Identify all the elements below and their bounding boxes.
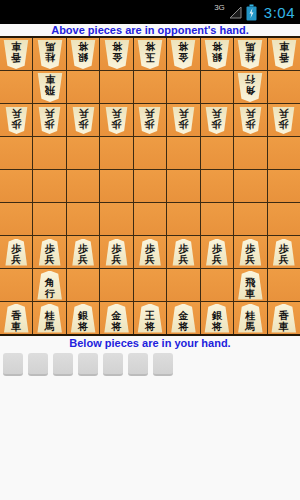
shogi-board: 香車桂馬銀将金将玉将金将銀将桂馬香車飛車角行歩兵歩兵歩兵歩兵歩兵歩兵歩兵歩兵歩兵…: [0, 36, 300, 336]
board-cell-5-6[interactable]: [134, 203, 166, 235]
board-cell-3-5[interactable]: [201, 170, 233, 202]
hand-slot-1[interactable]: [3, 353, 23, 376]
shogi-piece-player[interactable]: 歩兵: [172, 239, 195, 266]
board-cell-6-4[interactable]: [100, 137, 132, 169]
shogi-piece-player[interactable]: 銀将: [204, 304, 230, 333]
board-cell-2-5[interactable]: [234, 170, 266, 202]
shogi-piece-player[interactable]: 歩兵: [5, 239, 28, 266]
board-cell-8-5[interactable]: [33, 170, 65, 202]
board-cell-3-9[interactable]: 銀将: [201, 302, 233, 334]
shogi-piece-player[interactable]: 歩兵: [138, 239, 161, 266]
board-cell-6-6[interactable]: [100, 203, 132, 235]
board-cell-7-9[interactable]: 銀将: [67, 302, 99, 334]
shogi-piece-player[interactable]: 歩兵: [105, 239, 128, 266]
board-cell-7-7[interactable]: 歩兵: [67, 236, 99, 268]
hand-slot-7[interactable]: [153, 353, 173, 376]
shogi-piece-opponent[interactable]: 歩兵: [138, 107, 161, 134]
board-cell-3-6[interactable]: [201, 203, 233, 235]
board-cell-8-4[interactable]: [33, 137, 65, 169]
board-cell-9-9[interactable]: 香車: [0, 302, 32, 334]
board-cell-2-6[interactable]: [234, 203, 266, 235]
board-cell-5-1[interactable]: 玉将: [134, 38, 166, 70]
board-cell-5-2[interactable]: [134, 71, 166, 103]
board-cell-9-2[interactable]: [0, 71, 32, 103]
shogi-piece-opponent[interactable]: 歩兵: [105, 107, 128, 134]
board-cell-8-1[interactable]: 桂馬: [33, 38, 65, 70]
board-cell-7-4[interactable]: [67, 137, 99, 169]
board-cell-4-4[interactable]: [167, 137, 199, 169]
shogi-piece-opponent[interactable]: 歩兵: [38, 107, 61, 134]
shogi-piece-player[interactable]: 歩兵: [272, 239, 295, 266]
network-type-label: 3G: [214, 3, 225, 12]
board-cell-5-9[interactable]: 王将: [134, 302, 166, 334]
board-cell-8-8[interactable]: 角行: [33, 269, 65, 301]
board-cell-9-5[interactable]: [0, 170, 32, 202]
board-cell-5-3[interactable]: 歩兵: [134, 104, 166, 136]
shogi-piece-opponent[interactable]: 歩兵: [239, 107, 262, 134]
board-cell-3-1[interactable]: 銀将: [201, 38, 233, 70]
shogi-piece-opponent[interactable]: 金将: [170, 40, 196, 69]
board-cell-1-4[interactable]: [268, 137, 300, 169]
board-cell-4-7[interactable]: 歩兵: [167, 236, 199, 268]
board-cell-7-6[interactable]: [67, 203, 99, 235]
status-clock: 3:04: [264, 4, 295, 21]
board-cell-3-2[interactable]: [201, 71, 233, 103]
shogi-piece-opponent[interactable]: 歩兵: [72, 107, 95, 134]
board-cell-4-3[interactable]: 歩兵: [167, 104, 199, 136]
shogi-piece-player[interactable]: 金将: [104, 304, 130, 333]
board-cell-6-3[interactable]: 歩兵: [100, 104, 132, 136]
board-cell-1-1[interactable]: 香車: [268, 38, 300, 70]
board-cell-8-9[interactable]: 桂馬: [33, 302, 65, 334]
shogi-piece-opponent[interactable]: 歩兵: [272, 107, 295, 134]
board-cell-2-9[interactable]: 桂馬: [234, 302, 266, 334]
shogi-piece-opponent[interactable]: 香車: [271, 40, 297, 69]
board-cell-1-8[interactable]: [268, 269, 300, 301]
shogi-piece-opponent[interactable]: 飛車: [37, 73, 63, 102]
board-cell-5-5[interactable]: [134, 170, 166, 202]
signal-strength-icon: [229, 6, 242, 19]
board-cell-2-7[interactable]: 歩兵: [234, 236, 266, 268]
shogi-piece-player[interactable]: 歩兵: [205, 239, 228, 266]
board-cell-2-3[interactable]: 歩兵: [234, 104, 266, 136]
board-cell-8-6[interactable]: [33, 203, 65, 235]
shogi-piece-player[interactable]: 歩兵: [38, 239, 61, 266]
board-cell-9-6[interactable]: [0, 203, 32, 235]
board-cell-4-6[interactable]: [167, 203, 199, 235]
shogi-piece-player[interactable]: 歩兵: [72, 239, 95, 266]
shogi-piece-opponent[interactable]: 角行: [237, 73, 263, 102]
board-cell-1-3[interactable]: 歩兵: [268, 104, 300, 136]
board-cell-4-5[interactable]: [167, 170, 199, 202]
board-cell-5-4[interactable]: [134, 137, 166, 169]
board-cell-1-2[interactable]: [268, 71, 300, 103]
shogi-piece-opponent[interactable]: 歩兵: [205, 107, 228, 134]
board-cell-2-1[interactable]: 桂馬: [234, 38, 266, 70]
shogi-piece-player[interactable]: 飛車: [237, 271, 263, 300]
board-cell-4-1[interactable]: 金将: [167, 38, 199, 70]
board-cell-3-4[interactable]: [201, 137, 233, 169]
shogi-piece-player[interactable]: 銀将: [70, 304, 96, 333]
board-cell-9-4[interactable]: [0, 137, 32, 169]
board-cell-2-8[interactable]: 飛車: [234, 269, 266, 301]
board-cell-9-1[interactable]: 香車: [0, 38, 32, 70]
board-cell-2-2[interactable]: 角行: [234, 71, 266, 103]
board-cell-6-2[interactable]: [100, 71, 132, 103]
board-cell-4-2[interactable]: [167, 71, 199, 103]
board-cell-6-9[interactable]: 金将: [100, 302, 132, 334]
player-hand-label: Below pieces are in your hand.: [0, 336, 300, 350]
board-cell-6-7[interactable]: 歩兵: [100, 236, 132, 268]
hand-slot-3[interactable]: [53, 353, 73, 376]
shogi-piece-opponent[interactable]: 香車: [3, 40, 29, 69]
shogi-piece-player[interactable]: 歩兵: [239, 239, 262, 266]
board-cell-7-5[interactable]: [67, 170, 99, 202]
shogi-piece-player[interactable]: 角行: [37, 271, 63, 300]
hand-slot-6[interactable]: [128, 353, 148, 376]
shogi-piece-opponent[interactable]: 歩兵: [172, 107, 195, 134]
board-cell-3-7[interactable]: 歩兵: [201, 236, 233, 268]
board-cell-5-7[interactable]: 歩兵: [134, 236, 166, 268]
board-cell-8-7[interactable]: 歩兵: [33, 236, 65, 268]
board-cell-6-5[interactable]: [100, 170, 132, 202]
board-cell-7-1[interactable]: 銀将: [67, 38, 99, 70]
board-cell-9-3[interactable]: 歩兵: [0, 104, 32, 136]
shogi-piece-player[interactable]: 桂馬: [37, 304, 63, 333]
board-cell-9-7[interactable]: 歩兵: [0, 236, 32, 268]
shogi-piece-player[interactable]: 桂馬: [237, 304, 263, 333]
board-cell-7-3[interactable]: 歩兵: [67, 104, 99, 136]
board-cell-7-2[interactable]: [67, 71, 99, 103]
board-cell-8-3[interactable]: 歩兵: [33, 104, 65, 136]
shogi-piece-opponent[interactable]: 桂馬: [237, 40, 263, 69]
shogi-piece-player[interactable]: 香車: [3, 304, 29, 333]
board-cell-5-8[interactable]: [134, 269, 166, 301]
board-cell-8-2[interactable]: 飛車: [33, 71, 65, 103]
shogi-piece-opponent[interactable]: 銀将: [70, 40, 96, 69]
shogi-piece-opponent[interactable]: 歩兵: [5, 107, 28, 134]
hand-slot-5[interactable]: [103, 353, 123, 376]
board-cell-3-8[interactable]: [201, 269, 233, 301]
shogi-piece-opponent[interactable]: 玉将: [137, 40, 163, 69]
board-cell-4-9[interactable]: 金将: [167, 302, 199, 334]
shogi-piece-opponent[interactable]: 銀将: [204, 40, 230, 69]
shogi-piece-player[interactable]: 金将: [170, 304, 196, 333]
board-cell-1-9[interactable]: 香車: [268, 302, 300, 334]
battery-charging-icon: [246, 4, 257, 21]
hand-slot-4[interactable]: [78, 353, 98, 376]
board-cell-6-8[interactable]: [100, 269, 132, 301]
shogi-piece-player[interactable]: 香車: [271, 304, 297, 333]
hand-slot-2[interactable]: [28, 353, 48, 376]
board-cell-6-1[interactable]: 金将: [100, 38, 132, 70]
shogi-piece-player[interactable]: 王将: [137, 304, 163, 333]
board-cell-7-8[interactable]: [67, 269, 99, 301]
board-cell-4-8[interactable]: [167, 269, 199, 301]
player-hand-tray: [3, 353, 300, 376]
board-cell-3-3[interactable]: 歩兵: [201, 104, 233, 136]
board-cell-1-6[interactable]: [268, 203, 300, 235]
board-cell-1-7[interactable]: 歩兵: [268, 236, 300, 268]
board-cell-9-8[interactable]: [0, 269, 32, 301]
shogi-piece-opponent[interactable]: 桂馬: [37, 40, 63, 69]
shogi-piece-opponent[interactable]: 金将: [104, 40, 130, 69]
opponent-hand-label: Above pieces are in opponent's hand.: [0, 24, 300, 36]
status-bar: 3G 3:04: [0, 0, 300, 24]
board-cell-1-5[interactable]: [268, 170, 300, 202]
board-cell-2-4[interactable]: [234, 137, 266, 169]
